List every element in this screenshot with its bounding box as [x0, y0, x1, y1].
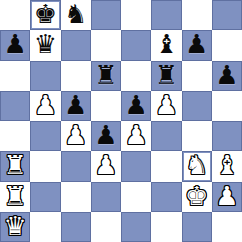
square-h1[interactable] [212, 212, 242, 242]
square-h3[interactable]: ♝ [212, 151, 242, 181]
square-e4[interactable]: ♟ [121, 121, 151, 151]
square-f7[interactable]: ♝ [151, 30, 181, 60]
square-a3[interactable]: ♜ [0, 151, 30, 181]
square-c2[interactable] [61, 182, 91, 212]
square-h7[interactable] [212, 30, 242, 60]
black-queen[interactable]: ♛ [34, 31, 57, 57]
square-a7[interactable]: ♟ [0, 30, 30, 60]
square-b4[interactable] [30, 121, 60, 151]
white-pawn[interactable]: ♟ [155, 92, 178, 118]
white-pawn[interactable]: ♟ [94, 152, 117, 178]
square-f4[interactable] [151, 121, 181, 151]
black-bishop[interactable]: ♝ [155, 31, 178, 57]
square-e5[interactable]: ♟ [121, 91, 151, 121]
square-f8[interactable] [151, 0, 181, 30]
square-f6[interactable]: ♜ [151, 61, 181, 91]
square-g4[interactable] [182, 121, 212, 151]
square-d1[interactable] [91, 212, 121, 242]
square-g1[interactable] [182, 212, 212, 242]
chess-board: ♚♞♟♛♝♟♜♜♟♟♟♟♟♟♟♟♜♟♞♝♜♚♟♛ [0, 0, 242, 242]
black-pawn[interactable]: ♟ [215, 62, 238, 88]
white-pawn[interactable]: ♟ [124, 122, 147, 148]
black-pawn[interactable]: ♟ [94, 122, 117, 148]
white-knight[interactable]: ♞ [185, 152, 208, 178]
square-e7[interactable] [121, 30, 151, 60]
white-pawn[interactable]: ♟ [215, 183, 238, 209]
square-d2[interactable] [91, 182, 121, 212]
square-e2[interactable] [121, 182, 151, 212]
square-d4[interactable]: ♟ [91, 121, 121, 151]
square-d3[interactable]: ♟ [91, 151, 121, 181]
square-g8[interactable] [182, 0, 212, 30]
square-e8[interactable] [121, 0, 151, 30]
square-b5[interactable]: ♟ [30, 91, 60, 121]
black-rook[interactable]: ♜ [94, 62, 117, 88]
square-g7[interactable]: ♟ [182, 30, 212, 60]
square-b3[interactable] [30, 151, 60, 181]
square-a6[interactable] [0, 61, 30, 91]
white-pawn[interactable]: ♟ [34, 92, 57, 118]
white-rook[interactable]: ♜ [3, 152, 26, 178]
square-g3[interactable]: ♞ [182, 151, 212, 181]
white-bishop[interactable]: ♝ [215, 152, 238, 178]
black-king[interactable]: ♚ [34, 1, 57, 27]
square-c5[interactable]: ♟ [61, 91, 91, 121]
white-queen[interactable]: ♛ [3, 213, 26, 239]
white-king[interactable]: ♚ [185, 183, 208, 209]
square-f2[interactable] [151, 182, 181, 212]
black-pawn[interactable]: ♟ [124, 92, 147, 118]
square-a4[interactable] [0, 121, 30, 151]
square-g2[interactable]: ♚ [182, 182, 212, 212]
square-c7[interactable] [61, 30, 91, 60]
square-f1[interactable] [151, 212, 181, 242]
square-b2[interactable] [30, 182, 60, 212]
square-c1[interactable] [61, 212, 91, 242]
square-c8[interactable]: ♞ [61, 0, 91, 30]
square-b8[interactable]: ♚ [30, 0, 60, 30]
square-c4[interactable]: ♟ [61, 121, 91, 151]
square-e3[interactable] [121, 151, 151, 181]
square-c6[interactable] [61, 61, 91, 91]
black-pawn[interactable]: ♟ [3, 31, 26, 57]
square-c3[interactable] [61, 151, 91, 181]
square-d5[interactable] [91, 91, 121, 121]
square-e1[interactable] [121, 212, 151, 242]
square-f3[interactable] [151, 151, 181, 181]
square-g5[interactable] [182, 91, 212, 121]
black-pawn[interactable]: ♟ [185, 31, 208, 57]
square-a2[interactable]: ♜ [0, 182, 30, 212]
square-d6[interactable]: ♜ [91, 61, 121, 91]
square-d8[interactable] [91, 0, 121, 30]
square-a1[interactable]: ♛ [0, 212, 30, 242]
square-h4[interactable] [212, 121, 242, 151]
square-a8[interactable] [0, 0, 30, 30]
square-b7[interactable]: ♛ [30, 30, 60, 60]
square-a5[interactable] [0, 91, 30, 121]
black-pawn[interactable]: ♟ [64, 92, 87, 118]
square-d7[interactable] [91, 30, 121, 60]
square-g6[interactable] [182, 61, 212, 91]
square-e6[interactable] [121, 61, 151, 91]
square-h6[interactable]: ♟ [212, 61, 242, 91]
square-f5[interactable]: ♟ [151, 91, 181, 121]
black-knight[interactable]: ♞ [64, 1, 87, 27]
square-h2[interactable]: ♟ [212, 182, 242, 212]
black-rook[interactable]: ♜ [155, 62, 178, 88]
square-b1[interactable] [30, 212, 60, 242]
square-h5[interactable] [212, 91, 242, 121]
white-rook[interactable]: ♜ [3, 183, 26, 209]
square-h8[interactable] [212, 0, 242, 30]
square-b6[interactable] [30, 61, 60, 91]
white-pawn[interactable]: ♟ [64, 122, 87, 148]
